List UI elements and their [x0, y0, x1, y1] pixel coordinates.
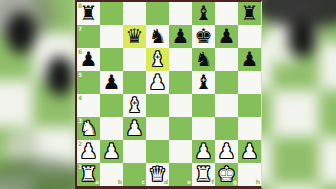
square-a8[interactable]: 8♜ [77, 2, 100, 25]
rank-label-4: 4 [78, 95, 82, 101]
square-b7[interactable] [100, 25, 123, 48]
square-e8[interactable] [169, 2, 192, 25]
square-d5[interactable]: ♟ [146, 71, 169, 94]
piece-white-pawn[interactable]: ♟ [77, 140, 100, 163]
blurred-background-left [0, 0, 75, 189]
piece-black-knight[interactable]: ♞ [192, 48, 215, 71]
rank-label-5: 5 [78, 72, 82, 78]
square-a5[interactable]: 5 [77, 71, 100, 94]
file-label-c: c [141, 179, 145, 185]
square-g7[interactable]: ♟ [215, 25, 238, 48]
square-a6[interactable]: 6♟ [77, 48, 100, 71]
blurred-black-pawn [288, 20, 316, 58]
piece-black-knight[interactable]: ♞ [146, 25, 169, 48]
square-h1[interactable]: h [238, 163, 261, 186]
piece-black-pawn[interactable]: ♟ [77, 48, 100, 71]
square-c8[interactable] [123, 2, 146, 25]
square-f6[interactable]: ♞ [192, 48, 215, 71]
piece-black-king[interactable]: ♚ [192, 25, 215, 48]
square-c4[interactable]: ♝ [123, 94, 146, 117]
piece-white-pawn[interactable]: ♟ [100, 140, 123, 163]
square-e2[interactable] [169, 140, 192, 163]
piece-white-bishop[interactable]: ♝ [123, 94, 146, 117]
square-g4[interactable] [215, 94, 238, 117]
square-e6[interactable] [169, 48, 192, 71]
piece-white-knight[interactable]: ♞ [77, 117, 100, 140]
square-d4[interactable] [146, 94, 169, 117]
piece-white-bishop[interactable]: ♝ [146, 48, 169, 71]
square-h2[interactable]: ♟ [238, 140, 261, 163]
file-label-e: e [187, 179, 191, 185]
square-g2[interactable]: ♟ [215, 140, 238, 163]
file-label-h: h [256, 179, 260, 185]
piece-black-pawn[interactable]: ♟ [100, 71, 123, 94]
piece-black-bishop[interactable]: ♝ [192, 2, 215, 25]
square-d2[interactable] [146, 140, 169, 163]
square-d8[interactable] [146, 2, 169, 25]
piece-white-pawn[interactable]: ♟ [123, 117, 146, 140]
blurred-board-pattern [0, 0, 75, 189]
square-e4[interactable] [169, 94, 192, 117]
square-b2[interactable]: ♟ [100, 140, 123, 163]
square-e3[interactable] [169, 117, 192, 140]
square-h8[interactable]: ♜ [238, 2, 261, 25]
square-a3[interactable]: 3♞ [77, 117, 100, 140]
square-h4[interactable] [238, 94, 261, 117]
piece-white-king[interactable]: ♚ [215, 163, 238, 186]
square-b1[interactable]: b [100, 163, 123, 186]
square-g5[interactable] [215, 71, 238, 94]
square-f1[interactable]: f♜ [192, 163, 215, 186]
piece-white-pawn[interactable]: ♟ [146, 71, 169, 94]
square-c3[interactable]: ♟ [123, 117, 146, 140]
square-c2[interactable] [123, 140, 146, 163]
square-h5[interactable] [238, 71, 261, 94]
piece-black-bishop[interactable]: ♝ [192, 71, 215, 94]
square-h7[interactable] [238, 25, 261, 48]
square-f7[interactable]: ♚ [192, 25, 215, 48]
blurred-black-pawn [6, 12, 36, 54]
piece-white-queen[interactable]: ♛ [146, 163, 169, 186]
square-d6[interactable]: ♝ [146, 48, 169, 71]
square-f5[interactable]: ♝ [192, 71, 215, 94]
piece-black-rook[interactable]: ♜ [238, 2, 261, 25]
piece-black-pawn[interactable]: ♟ [238, 48, 261, 71]
blurred-dark-green-wash [0, 158, 75, 189]
square-f2[interactable]: ♟ [192, 140, 215, 163]
piece-black-queen[interactable]: ♛ [123, 25, 146, 48]
square-d7[interactable]: ♞ [146, 25, 169, 48]
square-e5[interactable] [169, 71, 192, 94]
piece-black-pawn[interactable]: ♟ [215, 25, 238, 48]
rank-label-7: 7 [78, 26, 82, 32]
square-a1[interactable]: 1a♜ [77, 163, 100, 186]
square-e1[interactable]: e [169, 163, 192, 186]
square-h3[interactable] [238, 117, 261, 140]
board-frame: 8♜♝♜7♛♞♟♚♟6♟♝♞♟5♟♟♝4♝3♞♟2♟♟♟♟♟1a♜bcd♛ef♜… [75, 0, 262, 189]
piece-black-rook[interactable]: ♜ [77, 2, 100, 25]
square-b4[interactable] [100, 94, 123, 117]
square-a2[interactable]: 2♟ [77, 140, 100, 163]
square-b8[interactable] [100, 2, 123, 25]
square-g3[interactable] [215, 117, 238, 140]
square-c5[interactable] [123, 71, 146, 94]
blurred-background-right [262, 0, 336, 189]
square-c1[interactable]: c [123, 163, 146, 186]
piece-black-pawn[interactable]: ♟ [169, 25, 192, 48]
square-h6[interactable]: ♟ [238, 48, 261, 71]
square-g8[interactable] [215, 2, 238, 25]
square-a4[interactable]: 4 [77, 94, 100, 117]
piece-white-rook[interactable]: ♜ [192, 163, 215, 186]
piece-white-pawn[interactable]: ♟ [192, 140, 215, 163]
piece-white-pawn[interactable]: ♟ [215, 140, 238, 163]
square-c7[interactable]: ♛ [123, 25, 146, 48]
square-f3[interactable] [192, 117, 215, 140]
square-a7[interactable]: 7 [77, 25, 100, 48]
square-d1[interactable]: d♛ [146, 163, 169, 186]
thumbnail-stage: 8♜♝♜7♛♞♟♚♟6♟♝♞♟5♟♟♝4♝3♞♟2♟♟♟♟♟1a♜bcd♛ef♜… [0, 0, 336, 189]
square-b6[interactable] [100, 48, 123, 71]
square-c6[interactable] [123, 48, 146, 71]
square-b3[interactable] [100, 117, 123, 140]
chess-board: 8♜♝♜7♛♞♟♚♟6♟♝♞♟5♟♟♝4♝3♞♟2♟♟♟♟♟1a♜bcd♛ef♜… [77, 2, 261, 186]
square-e7[interactable]: ♟ [169, 25, 192, 48]
square-f4[interactable] [192, 94, 215, 117]
square-g1[interactable]: g♚ [215, 163, 238, 186]
file-label-b: b [118, 179, 122, 185]
square-d3[interactable] [146, 117, 169, 140]
piece-white-pawn[interactable]: ♟ [238, 140, 261, 163]
square-f8[interactable]: ♝ [192, 2, 215, 25]
square-b5[interactable]: ♟ [100, 71, 123, 94]
square-g6[interactable] [215, 48, 238, 71]
blurred-black-pawn [46, 56, 74, 96]
piece-white-rook[interactable]: ♜ [77, 163, 100, 186]
blurred-board-pattern [262, 0, 336, 189]
